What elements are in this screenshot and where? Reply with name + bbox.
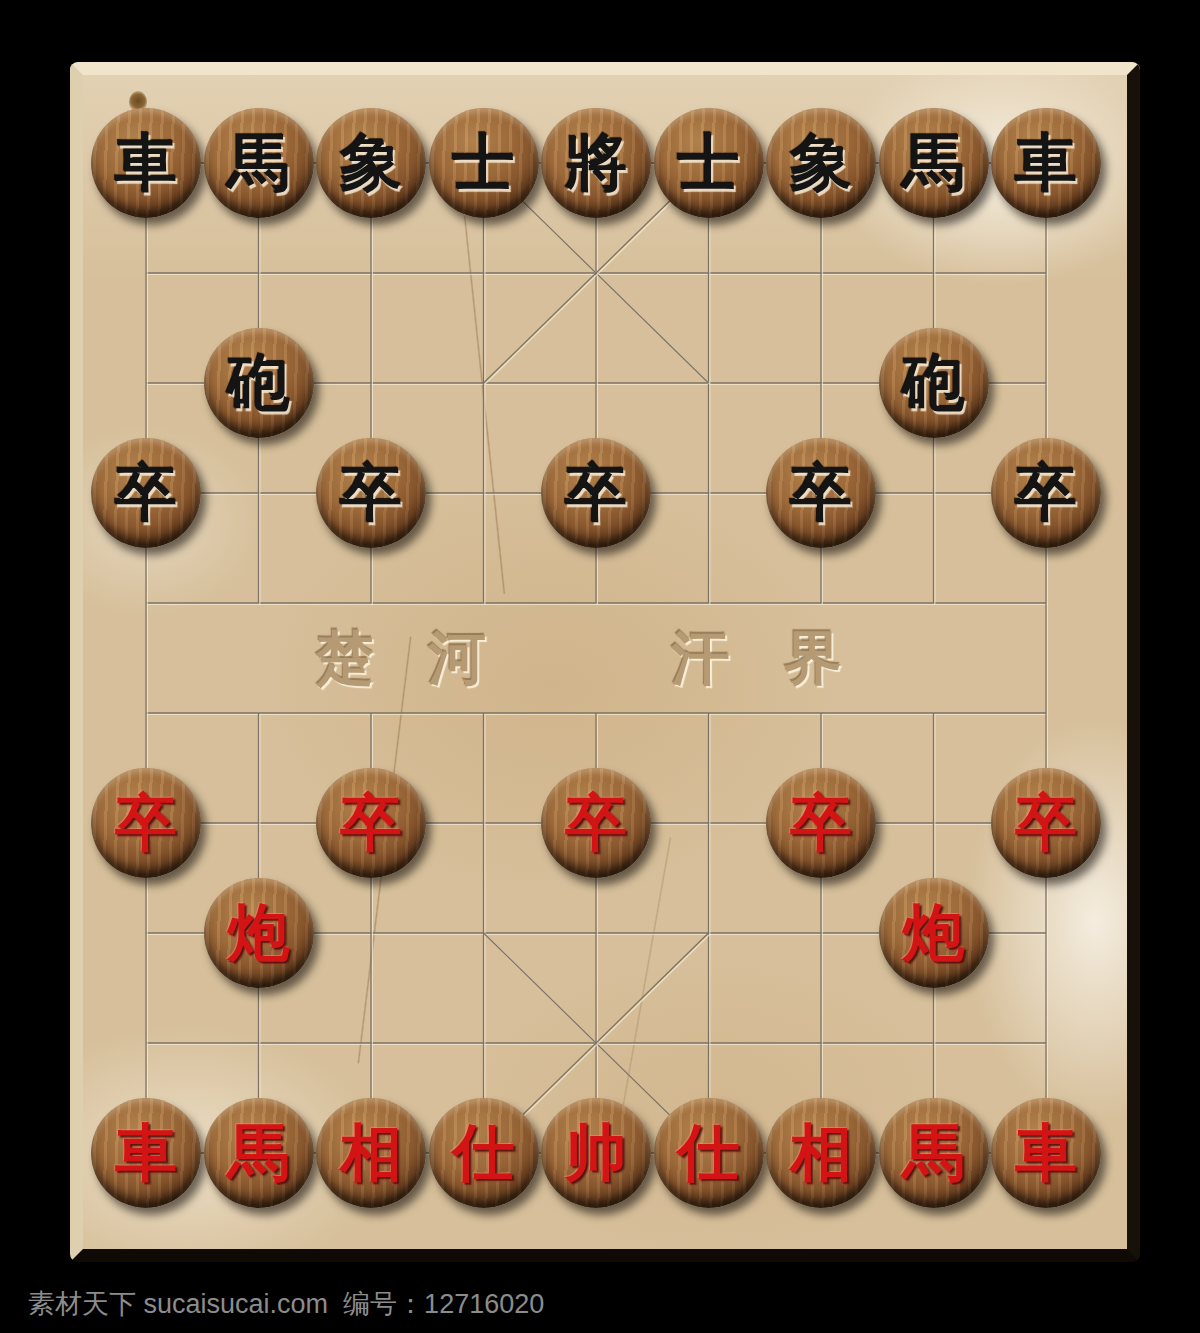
piece-glyph: 卒 xyxy=(316,768,426,878)
watermark-id-value: 12716020 xyxy=(424,1289,544,1320)
watermark-site-name: 素材天下 xyxy=(28,1286,136,1322)
piece-glyph: 炮 xyxy=(204,878,314,988)
piece-red-chariot[interactable]: 車 xyxy=(991,1098,1101,1208)
river-label-right: 汗 界 xyxy=(672,620,863,698)
piece-black-soldier[interactable]: 卒 xyxy=(991,438,1101,548)
piece-glyph: 車 xyxy=(991,108,1101,218)
piece-red-elephant[interactable]: 相 xyxy=(766,1098,876,1208)
piece-red-soldier[interactable]: 卒 xyxy=(316,768,426,878)
piece-red-advisor[interactable]: 仕 xyxy=(654,1098,764,1208)
piece-glyph: 卒 xyxy=(766,438,876,548)
piece-glyph: 帅 xyxy=(541,1098,651,1208)
piece-black-soldier[interactable]: 卒 xyxy=(316,438,426,548)
piece-glyph: 相 xyxy=(316,1098,426,1208)
piece-red-horse[interactable]: 馬 xyxy=(204,1098,314,1208)
screenshot-stage: 楚 河 汗 界 車馬象士將士象馬車砲砲卒卒卒卒卒卒卒卒卒卒炮炮車馬相仕帅仕相馬車… xyxy=(0,0,1200,1333)
board-surface: 楚 河 汗 界 車馬象士將士象馬車砲砲卒卒卒卒卒卒卒卒卒卒炮炮車馬相仕帅仕相馬車 xyxy=(83,75,1127,1249)
piece-red-cannon[interactable]: 炮 xyxy=(204,878,314,988)
piece-red-soldier[interactable]: 卒 xyxy=(991,768,1101,878)
piece-glyph: 士 xyxy=(429,108,539,218)
piece-glyph: 砲 xyxy=(879,328,989,438)
piece-black-elephant[interactable]: 象 xyxy=(316,108,426,218)
piece-black-horse[interactable]: 馬 xyxy=(879,108,989,218)
xiangqi-board: 楚 河 汗 界 車馬象士將士象馬車砲砲卒卒卒卒卒卒卒卒卒卒炮炮車馬相仕帅仕相馬車 xyxy=(70,62,1140,1262)
piece-glyph: 卒 xyxy=(766,768,876,878)
piece-glyph: 馬 xyxy=(204,1098,314,1208)
piece-glyph: 卒 xyxy=(991,768,1101,878)
piece-red-advisor[interactable]: 仕 xyxy=(429,1098,539,1208)
piece-glyph: 馬 xyxy=(204,108,314,218)
piece-black-chariot[interactable]: 車 xyxy=(91,108,201,218)
piece-black-elephant[interactable]: 象 xyxy=(766,108,876,218)
piece-black-advisor[interactable]: 士 xyxy=(654,108,764,218)
piece-glyph: 卒 xyxy=(541,768,651,878)
piece-glyph: 卒 xyxy=(91,438,201,548)
piece-glyph: 相 xyxy=(766,1098,876,1208)
piece-glyph: 仕 xyxy=(429,1098,539,1208)
piece-black-soldier[interactable]: 卒 xyxy=(91,438,201,548)
piece-glyph: 炮 xyxy=(879,878,989,988)
piece-red-elephant[interactable]: 相 xyxy=(316,1098,426,1208)
piece-red-general[interactable]: 帅 xyxy=(541,1098,651,1208)
board-grid xyxy=(83,75,1127,1249)
piece-black-general[interactable]: 將 xyxy=(541,108,651,218)
piece-black-horse[interactable]: 馬 xyxy=(204,108,314,218)
piece-glyph: 馬 xyxy=(879,108,989,218)
piece-glyph: 象 xyxy=(316,108,426,218)
piece-red-soldier[interactable]: 卒 xyxy=(91,768,201,878)
piece-red-soldier[interactable]: 卒 xyxy=(541,768,651,878)
piece-black-advisor[interactable]: 士 xyxy=(429,108,539,218)
piece-black-soldier[interactable]: 卒 xyxy=(766,438,876,548)
piece-black-soldier[interactable]: 卒 xyxy=(541,438,651,548)
piece-black-cannon[interactable]: 砲 xyxy=(204,328,314,438)
piece-red-chariot[interactable]: 車 xyxy=(91,1098,201,1208)
piece-glyph: 車 xyxy=(91,1098,201,1208)
piece-glyph: 仕 xyxy=(654,1098,764,1208)
piece-black-cannon[interactable]: 砲 xyxy=(879,328,989,438)
piece-glyph: 卒 xyxy=(316,438,426,548)
watermark-id-label: 编号： xyxy=(343,1286,424,1322)
piece-glyph: 士 xyxy=(654,108,764,218)
piece-red-cannon[interactable]: 炮 xyxy=(879,878,989,988)
piece-glyph: 卒 xyxy=(91,768,201,878)
piece-black-chariot[interactable]: 車 xyxy=(991,108,1101,218)
piece-glyph: 馬 xyxy=(879,1098,989,1208)
watermark: 素材天下 sucaisucai.com 编号：12716020 xyxy=(28,1284,544,1324)
watermark-site-url: sucaisucai.com xyxy=(144,1289,329,1320)
river-label-left: 楚 河 xyxy=(316,620,507,698)
piece-red-horse[interactable]: 馬 xyxy=(879,1098,989,1208)
piece-glyph: 砲 xyxy=(204,328,314,438)
piece-glyph: 卒 xyxy=(541,438,651,548)
piece-glyph: 卒 xyxy=(991,438,1101,548)
piece-glyph: 象 xyxy=(766,108,876,218)
piece-glyph: 車 xyxy=(991,1098,1101,1208)
piece-red-soldier[interactable]: 卒 xyxy=(766,768,876,878)
piece-glyph: 將 xyxy=(541,108,651,218)
piece-glyph: 車 xyxy=(91,108,201,218)
